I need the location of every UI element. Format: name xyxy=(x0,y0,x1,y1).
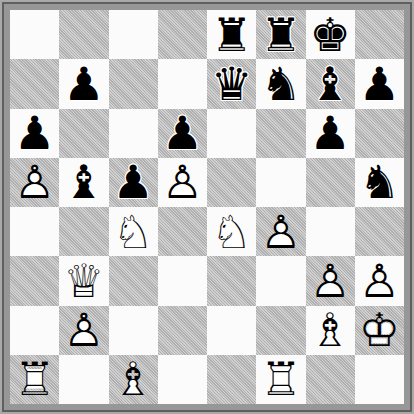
square-e7[interactable]: ♛ xyxy=(207,59,256,108)
piece-glyph-outline: ♙ xyxy=(63,307,104,353)
square-h2[interactable]: ♚♔ xyxy=(355,306,404,355)
square-f8[interactable]: ♜ xyxy=(256,10,305,59)
square-h4[interactable] xyxy=(355,207,404,256)
square-e6[interactable] xyxy=(207,109,256,158)
square-a2[interactable] xyxy=(10,306,59,355)
piece-glyph: ♟ xyxy=(14,110,55,156)
piece-white-bishop[interactable]: ♝♗ xyxy=(109,355,158,404)
piece-white-pawn[interactable]: ♟♙ xyxy=(355,256,404,305)
square-f1[interactable]: ♜♖ xyxy=(256,355,305,404)
square-f2[interactable] xyxy=(256,306,305,355)
square-c6[interactable] xyxy=(109,109,158,158)
square-d1[interactable] xyxy=(158,355,207,404)
piece-black-knight[interactable]: ♞ xyxy=(256,59,305,108)
piece-black-pawn[interactable]: ♟ xyxy=(10,109,59,158)
square-a8[interactable] xyxy=(10,10,59,59)
piece-black-queen[interactable]: ♛ xyxy=(207,59,256,108)
square-g6[interactable]: ♟ xyxy=(306,109,355,158)
square-b7[interactable]: ♟ xyxy=(59,59,108,108)
square-f6[interactable] xyxy=(256,109,305,158)
piece-white-rook[interactable]: ♜♖ xyxy=(10,355,59,404)
square-g5[interactable] xyxy=(306,158,355,207)
piece-glyph: ♜ xyxy=(211,12,252,58)
piece-glyph: ♟ xyxy=(162,110,203,156)
piece-white-pawn[interactable]: ♟♙ xyxy=(256,207,305,256)
piece-black-rook[interactable]: ♜ xyxy=(256,10,305,59)
piece-black-knight[interactable]: ♞ xyxy=(355,158,404,207)
piece-black-pawn[interactable]: ♟ xyxy=(355,59,404,108)
piece-glyph-outline: ♙ xyxy=(162,159,203,205)
piece-glyph-outline: ♗ xyxy=(310,307,351,353)
piece-glyph-outline: ♕ xyxy=(63,258,104,304)
square-h7[interactable]: ♟ xyxy=(355,59,404,108)
square-a7[interactable] xyxy=(10,59,59,108)
piece-glyph: ♜ xyxy=(260,12,301,58)
piece-glyph: ♚ xyxy=(310,12,351,58)
square-c1[interactable]: ♝♗ xyxy=(109,355,158,404)
square-b5[interactable]: ♝ xyxy=(59,158,108,207)
square-h6[interactable] xyxy=(355,109,404,158)
square-f4[interactable]: ♟♙ xyxy=(256,207,305,256)
square-f3[interactable] xyxy=(256,256,305,305)
board-frame-bevel: ♜♜♚♟♛♞♝♟♟♟♟♟♙♝♟♟♙♞♞♘♞♘♟♙♛♕♟♙♟♙♟♙♝♗♚♔♜♖♝♗… xyxy=(2,2,412,412)
square-a6[interactable]: ♟ xyxy=(10,109,59,158)
piece-black-pawn[interactable]: ♟ xyxy=(109,158,158,207)
square-d3[interactable] xyxy=(158,256,207,305)
square-d6[interactable]: ♟ xyxy=(158,109,207,158)
piece-glyph-outline: ♙ xyxy=(14,159,55,205)
square-e5[interactable] xyxy=(207,158,256,207)
piece-white-bishop[interactable]: ♝♗ xyxy=(306,306,355,355)
piece-glyph: ♛ xyxy=(211,61,252,107)
piece-black-king[interactable]: ♚ xyxy=(306,10,355,59)
piece-white-pawn[interactable]: ♟♙ xyxy=(306,256,355,305)
square-f5[interactable] xyxy=(256,158,305,207)
square-g7[interactable]: ♝ xyxy=(306,59,355,108)
piece-glyph: ♟ xyxy=(113,159,154,205)
square-h8[interactable] xyxy=(355,10,404,59)
piece-glyph-outline: ♖ xyxy=(260,356,301,402)
square-h5[interactable]: ♞ xyxy=(355,158,404,207)
square-e1[interactable] xyxy=(207,355,256,404)
piece-white-king[interactable]: ♚♔ xyxy=(355,306,404,355)
piece-glyph: ♟ xyxy=(359,61,400,107)
square-a4[interactable] xyxy=(10,207,59,256)
square-c2[interactable] xyxy=(109,306,158,355)
piece-black-bishop[interactable]: ♝ xyxy=(306,59,355,108)
square-g2[interactable]: ♝♗ xyxy=(306,306,355,355)
square-g3[interactable]: ♟♙ xyxy=(306,256,355,305)
piece-glyph-outline: ♙ xyxy=(310,258,351,304)
piece-black-bishop[interactable]: ♝ xyxy=(59,158,108,207)
square-a1[interactable]: ♜♖ xyxy=(10,355,59,404)
piece-glyph: ♞ xyxy=(359,159,400,205)
square-d4[interactable] xyxy=(158,207,207,256)
square-e4[interactable]: ♞♘ xyxy=(207,207,256,256)
piece-white-knight[interactable]: ♞♘ xyxy=(109,207,158,256)
piece-black-pawn[interactable]: ♟ xyxy=(59,59,108,108)
piece-black-pawn[interactable]: ♟ xyxy=(306,109,355,158)
piece-glyph: ♞ xyxy=(260,61,301,107)
square-c3[interactable] xyxy=(109,256,158,305)
piece-black-pawn[interactable]: ♟ xyxy=(158,109,207,158)
piece-glyph-outline: ♘ xyxy=(113,209,154,255)
square-d7[interactable] xyxy=(158,59,207,108)
piece-glyph: ♟ xyxy=(63,61,104,107)
piece-glyph-outline: ♗ xyxy=(113,356,154,402)
piece-white-pawn[interactable]: ♟♙ xyxy=(10,158,59,207)
square-b1[interactable] xyxy=(59,355,108,404)
square-a5[interactable]: ♟♙ xyxy=(10,158,59,207)
square-d2[interactable] xyxy=(158,306,207,355)
square-c4[interactable]: ♞♘ xyxy=(109,207,158,256)
square-e8[interactable]: ♜ xyxy=(207,10,256,59)
square-d8[interactable] xyxy=(158,10,207,59)
piece-white-pawn[interactable]: ♟♙ xyxy=(158,158,207,207)
piece-glyph: ♝ xyxy=(310,61,351,107)
piece-white-rook[interactable]: ♜♖ xyxy=(256,355,305,404)
piece-glyph-outline: ♖ xyxy=(14,356,55,402)
square-d5[interactable]: ♟♙ xyxy=(158,158,207,207)
piece-white-queen[interactable]: ♛♕ xyxy=(59,256,108,305)
piece-glyph-outline: ♘ xyxy=(211,209,252,255)
square-c5[interactable]: ♟ xyxy=(109,158,158,207)
square-g1[interactable] xyxy=(306,355,355,404)
piece-glyph-outline: ♙ xyxy=(260,209,301,255)
square-b2[interactable]: ♟♙ xyxy=(59,306,108,355)
square-g8[interactable]: ♚ xyxy=(306,10,355,59)
chess-board[interactable]: ♜♜♚♟♛♞♝♟♟♟♟♟♙♝♟♟♙♞♞♘♞♘♟♙♛♕♟♙♟♙♟♙♝♗♚♔♜♖♝♗… xyxy=(10,10,404,404)
piece-glyph-outline: ♔ xyxy=(359,307,400,353)
piece-black-rook[interactable]: ♜ xyxy=(207,10,256,59)
square-e2[interactable] xyxy=(207,306,256,355)
board-frame: ♜♜♚♟♛♞♝♟♟♟♟♟♙♝♟♟♙♞♞♘♞♘♟♙♛♕♟♙♟♙♟♙♝♗♚♔♜♖♝♗… xyxy=(0,0,414,414)
piece-glyph: ♝ xyxy=(63,159,104,205)
square-f7[interactable]: ♞ xyxy=(256,59,305,108)
square-c8[interactable] xyxy=(109,10,158,59)
square-c7[interactable] xyxy=(109,59,158,108)
square-b8[interactable] xyxy=(59,10,108,59)
piece-white-knight[interactable]: ♞♘ xyxy=(207,207,256,256)
board-frame-inner: ♜♜♚♟♛♞♝♟♟♟♟♟♙♝♟♟♙♞♞♘♞♘♟♙♛♕♟♙♟♙♟♙♝♗♚♔♜♖♝♗… xyxy=(4,4,410,410)
square-h3[interactable]: ♟♙ xyxy=(355,256,404,305)
square-e3[interactable] xyxy=(207,256,256,305)
square-b4[interactable] xyxy=(59,207,108,256)
square-g4[interactable] xyxy=(306,207,355,256)
piece-glyph-outline: ♙ xyxy=(359,258,400,304)
piece-white-pawn[interactable]: ♟♙ xyxy=(59,306,108,355)
square-h1[interactable] xyxy=(355,355,404,404)
square-a3[interactable] xyxy=(10,256,59,305)
square-b6[interactable] xyxy=(59,109,108,158)
piece-glyph: ♟ xyxy=(310,110,351,156)
square-b3[interactable]: ♛♕ xyxy=(59,256,108,305)
